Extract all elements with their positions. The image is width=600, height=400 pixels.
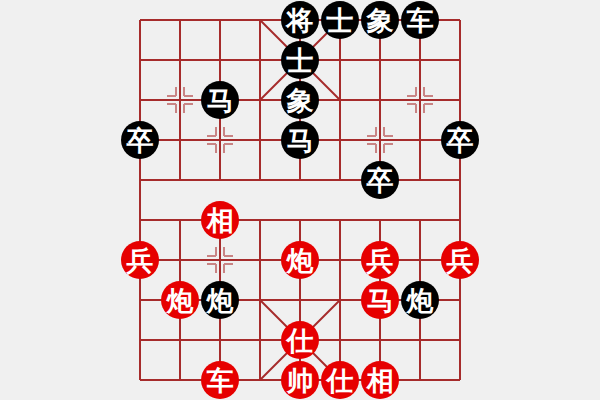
black-soldier[interactable]: 卒 bbox=[441, 121, 479, 159]
black-elephant[interactable]: 象 bbox=[361, 1, 399, 39]
red-elephant[interactable]: 相 bbox=[201, 201, 239, 239]
black-elephant[interactable]: 象 bbox=[281, 81, 319, 119]
red-advisor[interactable]: 仕 bbox=[281, 321, 319, 359]
red-soldier[interactable]: 兵 bbox=[121, 241, 159, 279]
red-soldier[interactable]: 兵 bbox=[361, 241, 399, 279]
red-chariot[interactable]: 车 bbox=[201, 361, 239, 399]
black-horse[interactable]: 马 bbox=[281, 121, 319, 159]
red-cannon[interactable]: 炮 bbox=[281, 241, 319, 279]
black-cannon[interactable]: 炮 bbox=[401, 281, 439, 319]
red-horse[interactable]: 马 bbox=[361, 281, 399, 319]
xiangqi-board: 将士象车士马象卒马卒卒相兵炮兵兵炮炮马炮仕车帅仕相 bbox=[0, 0, 600, 400]
black-cannon[interactable]: 炮 bbox=[201, 281, 239, 319]
piece-grid: 将士象车士马象卒马卒卒相兵炮兵兵炮炮马炮仕车帅仕相 bbox=[120, 0, 480, 400]
black-horse[interactable]: 马 bbox=[201, 81, 239, 119]
black-soldier[interactable]: 卒 bbox=[121, 121, 159, 159]
black-soldier[interactable]: 卒 bbox=[361, 161, 399, 199]
red-elephant[interactable]: 相 bbox=[361, 361, 399, 399]
red-general[interactable]: 帅 bbox=[281, 361, 319, 399]
red-advisor[interactable]: 仕 bbox=[321, 361, 359, 399]
black-general[interactable]: 将 bbox=[281, 1, 319, 39]
red-soldier[interactable]: 兵 bbox=[441, 241, 479, 279]
black-chariot[interactable]: 车 bbox=[401, 1, 439, 39]
black-advisor[interactable]: 士 bbox=[321, 1, 359, 39]
black-advisor[interactable]: 士 bbox=[281, 41, 319, 79]
red-cannon[interactable]: 炮 bbox=[161, 281, 199, 319]
